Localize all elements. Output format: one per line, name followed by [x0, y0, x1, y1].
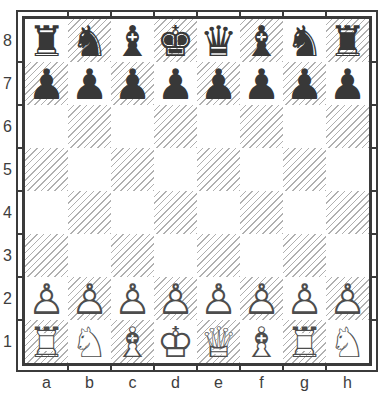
piece-black-pawn: ♟	[68, 63, 111, 106]
white-piece-fill: ♟	[154, 278, 197, 321]
frame-tick	[372, 61, 376, 63]
piece-black-knight: ♞	[68, 20, 111, 63]
white-piece-fill: ♚	[154, 321, 197, 364]
white-piece-fill: ♜	[25, 321, 68, 364]
square-c4[interactable]	[111, 191, 154, 234]
square-h7[interactable]: ♟	[326, 62, 369, 105]
piece-white-pawn: ♙	[283, 278, 326, 321]
piece-white-king: ♔	[154, 321, 197, 364]
frame-tick	[18, 147, 22, 149]
square-d8[interactable]: ♚	[154, 19, 197, 62]
white-piece-fill: ♟	[68, 278, 111, 321]
square-f1[interactable]: ♝♗	[240, 320, 283, 363]
square-h5[interactable]	[326, 148, 369, 191]
square-f4[interactable]	[240, 191, 283, 234]
square-d6[interactable]	[154, 105, 197, 148]
piece-white-rook: ♖	[25, 321, 68, 364]
piece-white-pawn: ♙	[111, 278, 154, 321]
chess-board-frame: ♜♞♝♚♛♝♞♜♟♟♟♟♟♟♟♟♟♙♟♙♟♙♟♙♟♙♟♙♟♙♟♙♜♖♞♘♝♗♚♔…	[16, 10, 378, 372]
piece-black-pawn: ♟	[283, 63, 326, 106]
file-label-b: b	[68, 373, 111, 393]
piece-black-pawn: ♟	[326, 63, 369, 106]
piece-white-bishop: ♗	[240, 321, 283, 364]
square-f7[interactable]: ♟	[240, 62, 283, 105]
piece-black-rook: ♜	[25, 20, 68, 63]
frame-tick	[372, 104, 376, 106]
chess-board-inner: ♜♞♝♚♛♝♞♜♟♟♟♟♟♟♟♟♟♙♟♙♟♙♟♙♟♙♟♙♟♙♟♙♜♖♞♘♝♗♚♔…	[22, 16, 372, 366]
frame-tick	[325, 12, 327, 16]
square-e4[interactable]	[197, 191, 240, 234]
square-f2[interactable]: ♟♙	[240, 277, 283, 320]
frame-tick	[372, 233, 376, 235]
square-d4[interactable]	[154, 191, 197, 234]
piece-white-queen: ♕	[197, 321, 240, 364]
white-piece-fill: ♟	[25, 278, 68, 321]
square-b2[interactable]: ♟♙	[68, 277, 111, 320]
white-piece-fill: ♝	[111, 321, 154, 364]
rank-label-3: 3	[0, 234, 15, 277]
square-d2[interactable]: ♟♙	[154, 277, 197, 320]
frame-tick	[110, 366, 112, 370]
white-piece-fill: ♟	[240, 278, 283, 321]
frame-tick	[18, 61, 22, 63]
square-e3[interactable]	[197, 234, 240, 277]
frame-tick	[18, 319, 22, 321]
square-c6[interactable]	[111, 105, 154, 148]
frame-tick	[18, 104, 22, 106]
frame-tick	[325, 366, 327, 370]
white-piece-fill: ♝	[240, 321, 283, 364]
piece-black-bishop: ♝	[240, 20, 283, 63]
frame-tick	[153, 366, 155, 370]
square-g8[interactable]: ♞	[283, 19, 326, 62]
piece-black-pawn: ♟	[25, 63, 68, 106]
chess-board: ♜♞♝♚♛♝♞♜♟♟♟♟♟♟♟♟♟♙♟♙♟♙♟♙♟♙♟♙♟♙♟♙♜♖♞♘♝♗♚♔…	[25, 19, 369, 363]
piece-white-pawn: ♙	[197, 278, 240, 321]
piece-white-rook: ♖	[283, 321, 326, 364]
frame-tick	[372, 276, 376, 278]
square-g6[interactable]	[283, 105, 326, 148]
piece-black-pawn: ♟	[154, 63, 197, 106]
square-a6[interactable]	[25, 105, 68, 148]
piece-black-king: ♚	[154, 20, 197, 63]
square-e1[interactable]: ♛♕	[197, 320, 240, 363]
frame-tick	[18, 276, 22, 278]
white-piece-fill: ♟	[111, 278, 154, 321]
file-label-h: h	[326, 373, 369, 393]
square-a4[interactable]	[25, 191, 68, 234]
square-d7[interactable]: ♟	[154, 62, 197, 105]
rank-label-2: 2	[0, 277, 15, 320]
square-a7[interactable]: ♟	[25, 62, 68, 105]
square-b8[interactable]: ♞	[68, 19, 111, 62]
square-d3[interactable]	[154, 234, 197, 277]
frame-tick	[18, 233, 22, 235]
square-e6[interactable]	[197, 105, 240, 148]
square-g7[interactable]: ♟	[283, 62, 326, 105]
rank-label-1: 1	[0, 320, 15, 363]
file-label-f: f	[240, 373, 283, 393]
file-label-a: a	[25, 373, 68, 393]
piece-white-pawn: ♙	[154, 278, 197, 321]
square-a5[interactable]	[25, 148, 68, 191]
square-c5[interactable]	[111, 148, 154, 191]
square-e8[interactable]: ♛	[197, 19, 240, 62]
white-piece-fill: ♞	[326, 321, 369, 364]
frame-tick	[196, 366, 198, 370]
square-b5[interactable]	[68, 148, 111, 191]
square-g3[interactable]	[283, 234, 326, 277]
square-c1[interactable]: ♝♗	[111, 320, 154, 363]
square-b3[interactable]	[68, 234, 111, 277]
piece-black-queen: ♛	[197, 20, 240, 63]
square-a3[interactable]	[25, 234, 68, 277]
frame-tick	[282, 366, 284, 370]
square-a2[interactable]: ♟♙	[25, 277, 68, 320]
frame-tick	[239, 366, 241, 370]
square-g4[interactable]	[283, 191, 326, 234]
file-label-e: e	[197, 373, 240, 393]
frame-tick	[18, 190, 22, 192]
square-g2[interactable]: ♟♙	[283, 277, 326, 320]
frame-tick	[282, 12, 284, 16]
frame-tick	[239, 12, 241, 16]
square-c8[interactable]: ♝	[111, 19, 154, 62]
piece-white-bishop: ♗	[111, 321, 154, 364]
frame-tick	[196, 12, 198, 16]
square-b4[interactable]	[68, 191, 111, 234]
square-b6[interactable]	[68, 105, 111, 148]
piece-black-bishop: ♝	[111, 20, 154, 63]
square-c2[interactable]: ♟♙	[111, 277, 154, 320]
square-e2[interactable]: ♟♙	[197, 277, 240, 320]
square-h1[interactable]: ♞♘	[326, 320, 369, 363]
piece-white-pawn: ♙	[240, 278, 283, 321]
square-f3[interactable]	[240, 234, 283, 277]
square-f5[interactable]	[240, 148, 283, 191]
rank-label-8: 8	[0, 19, 15, 62]
square-a8[interactable]: ♜	[25, 19, 68, 62]
square-c3[interactable]	[111, 234, 154, 277]
piece-black-knight: ♞	[283, 20, 326, 63]
piece-white-knight: ♘	[326, 321, 369, 364]
square-h3[interactable]	[326, 234, 369, 277]
white-piece-fill: ♛	[197, 321, 240, 364]
rank-label-6: 6	[0, 105, 15, 148]
square-b1[interactable]: ♞♘	[68, 320, 111, 363]
piece-white-pawn: ♙	[326, 278, 369, 321]
square-h8[interactable]: ♜	[326, 19, 369, 62]
square-d5[interactable]	[154, 148, 197, 191]
white-piece-fill: ♟	[326, 278, 369, 321]
file-label-c: c	[111, 373, 154, 393]
file-label-g: g	[283, 373, 326, 393]
rank-label-5: 5	[0, 148, 15, 191]
square-f6[interactable]	[240, 105, 283, 148]
piece-black-pawn: ♟	[240, 63, 283, 106]
square-a1[interactable]: ♜♖	[25, 320, 68, 363]
square-h6[interactable]	[326, 105, 369, 148]
piece-black-pawn: ♟	[111, 63, 154, 106]
rank-label-7: 7	[0, 62, 15, 105]
square-b7[interactable]: ♟	[68, 62, 111, 105]
piece-black-pawn: ♟	[197, 63, 240, 106]
square-g1[interactable]: ♜♖	[283, 320, 326, 363]
piece-white-pawn: ♙	[68, 278, 111, 321]
white-piece-fill: ♜	[283, 321, 326, 364]
rank-label-4: 4	[0, 191, 15, 234]
square-h2[interactable]: ♟♙	[326, 277, 369, 320]
square-d1[interactable]: ♚♔	[154, 320, 197, 363]
frame-tick	[67, 366, 69, 370]
square-h4[interactable]	[326, 191, 369, 234]
piece-white-pawn: ♙	[25, 278, 68, 321]
frame-tick	[67, 12, 69, 16]
white-piece-fill: ♞	[68, 321, 111, 364]
frame-tick	[153, 12, 155, 16]
square-e5[interactable]	[197, 148, 240, 191]
piece-black-rook: ♜	[326, 20, 369, 63]
square-e7[interactable]: ♟	[197, 62, 240, 105]
frame-tick	[110, 12, 112, 16]
square-c7[interactable]: ♟	[111, 62, 154, 105]
white-piece-fill: ♟	[283, 278, 326, 321]
chess-diagram: ♜♞♝♚♛♝♞♜♟♟♟♟♟♟♟♟♟♙♟♙♟♙♟♙♟♙♟♙♟♙♟♙♜♖♞♘♝♗♚♔…	[0, 0, 387, 394]
frame-tick	[372, 147, 376, 149]
frame-tick	[372, 190, 376, 192]
frame-tick	[372, 319, 376, 321]
file-label-d: d	[154, 373, 197, 393]
square-g5[interactable]	[283, 148, 326, 191]
white-piece-fill: ♟	[197, 278, 240, 321]
square-f8[interactable]: ♝	[240, 19, 283, 62]
piece-white-knight: ♘	[68, 321, 111, 364]
